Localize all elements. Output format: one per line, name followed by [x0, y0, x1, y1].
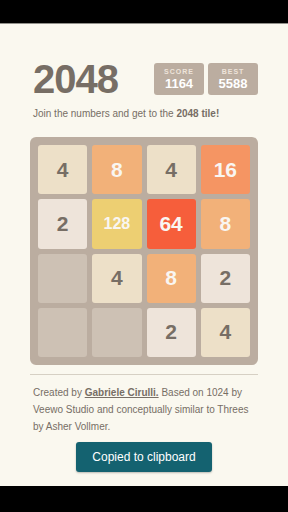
- game-page: 2048 SCORE 1164 BEST 5588 Join the numbe…: [0, 24, 288, 486]
- app-screen: 2048 SCORE 1164 BEST 5588 Join the numbe…: [0, 0, 288, 512]
- tile-8: 8: [201, 199, 250, 248]
- header: 2048 SCORE 1164 BEST 5588: [30, 63, 258, 98]
- score-box: SCORE 1164: [154, 63, 204, 95]
- toast-copied: Copied to clipboard: [76, 442, 211, 472]
- toast-container: Copied to clipboard: [30, 435, 258, 472]
- score-container: SCORE 1164 BEST 5588: [154, 63, 258, 95]
- navigation-bar: [0, 486, 288, 512]
- author-link[interactable]: Gabriele Cirulli.: [85, 387, 159, 398]
- footer-divider: [30, 374, 258, 375]
- tile-4: 4: [147, 145, 196, 194]
- game-title: 2048: [30, 60, 118, 98]
- footer-credits: Created by Gabriele Cirulli. Based on 10…: [30, 384, 258, 435]
- best-label: BEST: [216, 67, 250, 76]
- footer-prefix: Created by: [33, 387, 85, 398]
- subtitle-goal: 2048 tile!: [176, 108, 219, 119]
- tile-128: 128: [92, 199, 141, 248]
- tile-64: 64: [147, 199, 196, 248]
- subtitle: Join the numbers and get to the 2048 til…: [30, 107, 258, 120]
- status-bar: [0, 0, 288, 24]
- best-box: BEST 5588: [208, 63, 258, 95]
- subtitle-text: Join the numbers and get to the: [33, 108, 176, 119]
- tile-2: 2: [147, 308, 196, 357]
- tile-16: 16: [201, 145, 250, 194]
- best-value: 5588: [216, 76, 250, 91]
- empty-cell: [92, 308, 141, 357]
- score-value: 1164: [162, 76, 196, 91]
- tile-8: 8: [147, 254, 196, 303]
- tile-2: 2: [201, 254, 250, 303]
- empty-cell: [38, 308, 87, 357]
- tile-8: 8: [92, 145, 141, 194]
- empty-cell: [38, 254, 87, 303]
- board[interactable]: 48416212864848224: [30, 137, 258, 365]
- tile-4: 4: [92, 254, 141, 303]
- tile-4: 4: [38, 145, 87, 194]
- tile-2: 2: [38, 199, 87, 248]
- score-label: SCORE: [162, 67, 196, 76]
- tile-4: 4: [201, 308, 250, 357]
